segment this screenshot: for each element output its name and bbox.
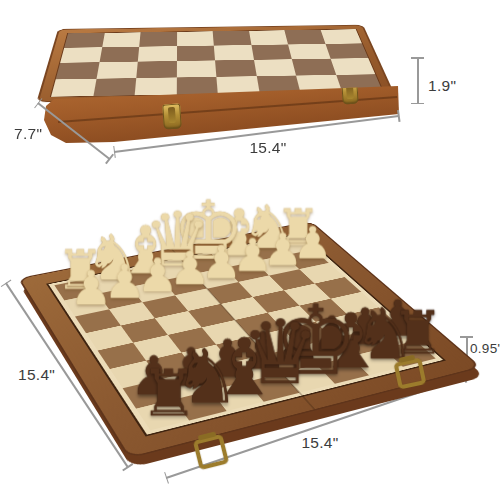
hasp-loop-icon xyxy=(393,357,426,389)
dim-label-box-depth: 7.7" xyxy=(14,125,42,143)
box-lid-square xyxy=(102,32,141,47)
box-lid-square xyxy=(320,29,362,43)
box-lid-square xyxy=(176,77,218,95)
box-lid-square xyxy=(325,43,368,58)
box-lid-square xyxy=(93,78,136,96)
chess-board: ♜♞♝♛♚♝♞♜♟♟♟♟♟♟♟♟♟♟♟♟♟♟♟♟♜♞♝♛♚♝♞♜ xyxy=(18,221,482,459)
piece-white-rook: ♜ xyxy=(275,203,320,251)
dim-label-board-side: 15.4" xyxy=(18,366,55,384)
box-lid-square xyxy=(213,31,251,46)
box-lid-square xyxy=(64,33,104,48)
dim-line-box-height xyxy=(417,57,419,104)
box-lid-square xyxy=(56,62,99,79)
box-lid-square xyxy=(138,46,177,62)
box-lid-square xyxy=(249,30,288,45)
piece-black-bishop: ♝ xyxy=(317,306,385,378)
dim-label-box-height: 1.9" xyxy=(428,77,456,95)
box-lid-square xyxy=(139,32,176,47)
box-lid-square xyxy=(51,78,96,96)
box-lid-square xyxy=(251,44,292,60)
box-lid-square xyxy=(176,60,216,77)
square-h4 xyxy=(315,277,362,299)
box-lid-square xyxy=(214,45,254,61)
box-lid-square xyxy=(96,62,138,79)
box-lid-square xyxy=(292,59,336,76)
closed-box-checkerboard xyxy=(50,29,384,97)
square-h1: ♜ xyxy=(271,236,314,255)
square-a5 xyxy=(98,343,146,369)
square-a4 xyxy=(86,326,133,351)
box-lid-square xyxy=(216,76,259,94)
product-photo-stage: 1.9" 7.7" 15.4" 15.4" 15.4" 0.95" ♜♞♝♛♚♝… xyxy=(0,0,500,500)
square-h6 xyxy=(347,307,396,331)
box-lid-square xyxy=(288,44,330,60)
square-a3 xyxy=(75,309,121,333)
board-inner-margin: ♜♞♝♛♚♝♞♜♟♟♟♟♟♟♟♟♟♟♟♟♟♟♟♟♜♞♝♛♚♝♞♜ xyxy=(46,233,446,437)
box-lid-square xyxy=(253,59,295,76)
box-lid-square xyxy=(177,31,214,46)
box-lid-square xyxy=(135,77,177,95)
dim-label-box-width: 15.4" xyxy=(238,139,298,157)
dim-label-board-thickness: 0.95" xyxy=(470,341,500,356)
box-lid-square xyxy=(215,60,256,77)
dim-label-board-front: 15.4" xyxy=(288,434,352,452)
box-lid-square xyxy=(176,45,215,61)
square-e1: ♚ xyxy=(182,254,225,274)
box-lid-square xyxy=(60,47,102,63)
box-lid-square xyxy=(99,46,139,62)
box-lid-square xyxy=(136,61,176,78)
clasp-latch-icon xyxy=(162,103,182,129)
box-lid-square xyxy=(330,58,375,75)
piece-black-rook: ♜ xyxy=(391,305,444,361)
box-lid-square xyxy=(284,30,325,44)
